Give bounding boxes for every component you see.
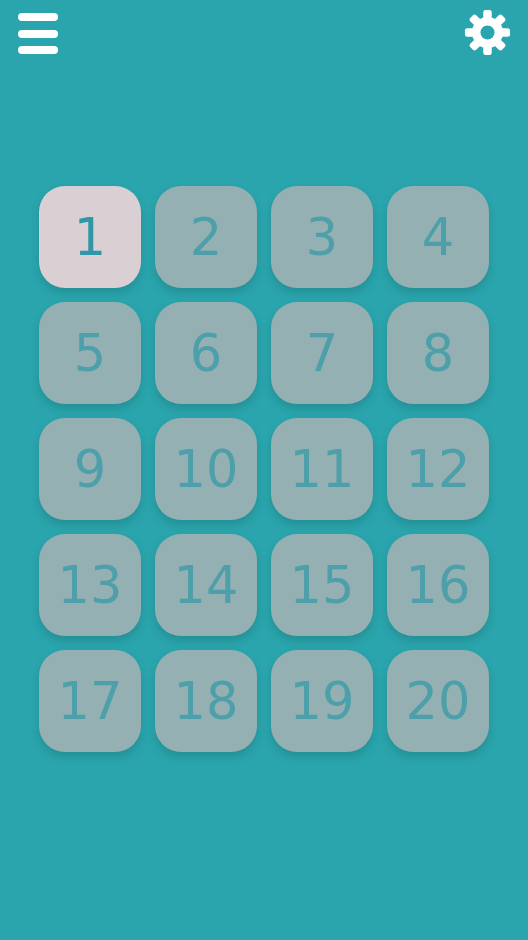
tile-12[interactable]: 12	[387, 418, 489, 520]
tile-3[interactable]: 3	[271, 186, 373, 288]
hamburger-menu-button[interactable]	[18, 13, 58, 54]
tile-1[interactable]: 1	[39, 186, 141, 288]
tile-8[interactable]: 8	[387, 302, 489, 404]
hamburger-bar	[18, 13, 58, 21]
app-screen: 1 2 3 4 5 6 7 8 9 10 11 12 13 14 15 16 1…	[0, 0, 528, 940]
tile-10[interactable]: 10	[155, 418, 257, 520]
number-grid: 1 2 3 4 5 6 7 8 9 10 11 12 13 14 15 16 1…	[39, 186, 489, 752]
tile-14[interactable]: 14	[155, 534, 257, 636]
tile-7[interactable]: 7	[271, 302, 373, 404]
tile-15[interactable]: 15	[271, 534, 373, 636]
tile-20[interactable]: 20	[387, 650, 489, 752]
tile-18[interactable]: 18	[155, 650, 257, 752]
hamburger-bar	[18, 30, 58, 38]
hamburger-bar	[18, 46, 58, 54]
tile-17[interactable]: 17	[39, 650, 141, 752]
tile-9[interactable]: 9	[39, 418, 141, 520]
settings-button[interactable]	[464, 9, 511, 56]
tile-2[interactable]: 2	[155, 186, 257, 288]
gear-icon	[464, 9, 511, 56]
tile-5[interactable]: 5	[39, 302, 141, 404]
tile-16[interactable]: 16	[387, 534, 489, 636]
tile-19[interactable]: 19	[271, 650, 373, 752]
hamburger-menu-icon	[18, 13, 58, 54]
tile-13[interactable]: 13	[39, 534, 141, 636]
tile-4[interactable]: 4	[387, 186, 489, 288]
tile-6[interactable]: 6	[155, 302, 257, 404]
tile-11[interactable]: 11	[271, 418, 373, 520]
